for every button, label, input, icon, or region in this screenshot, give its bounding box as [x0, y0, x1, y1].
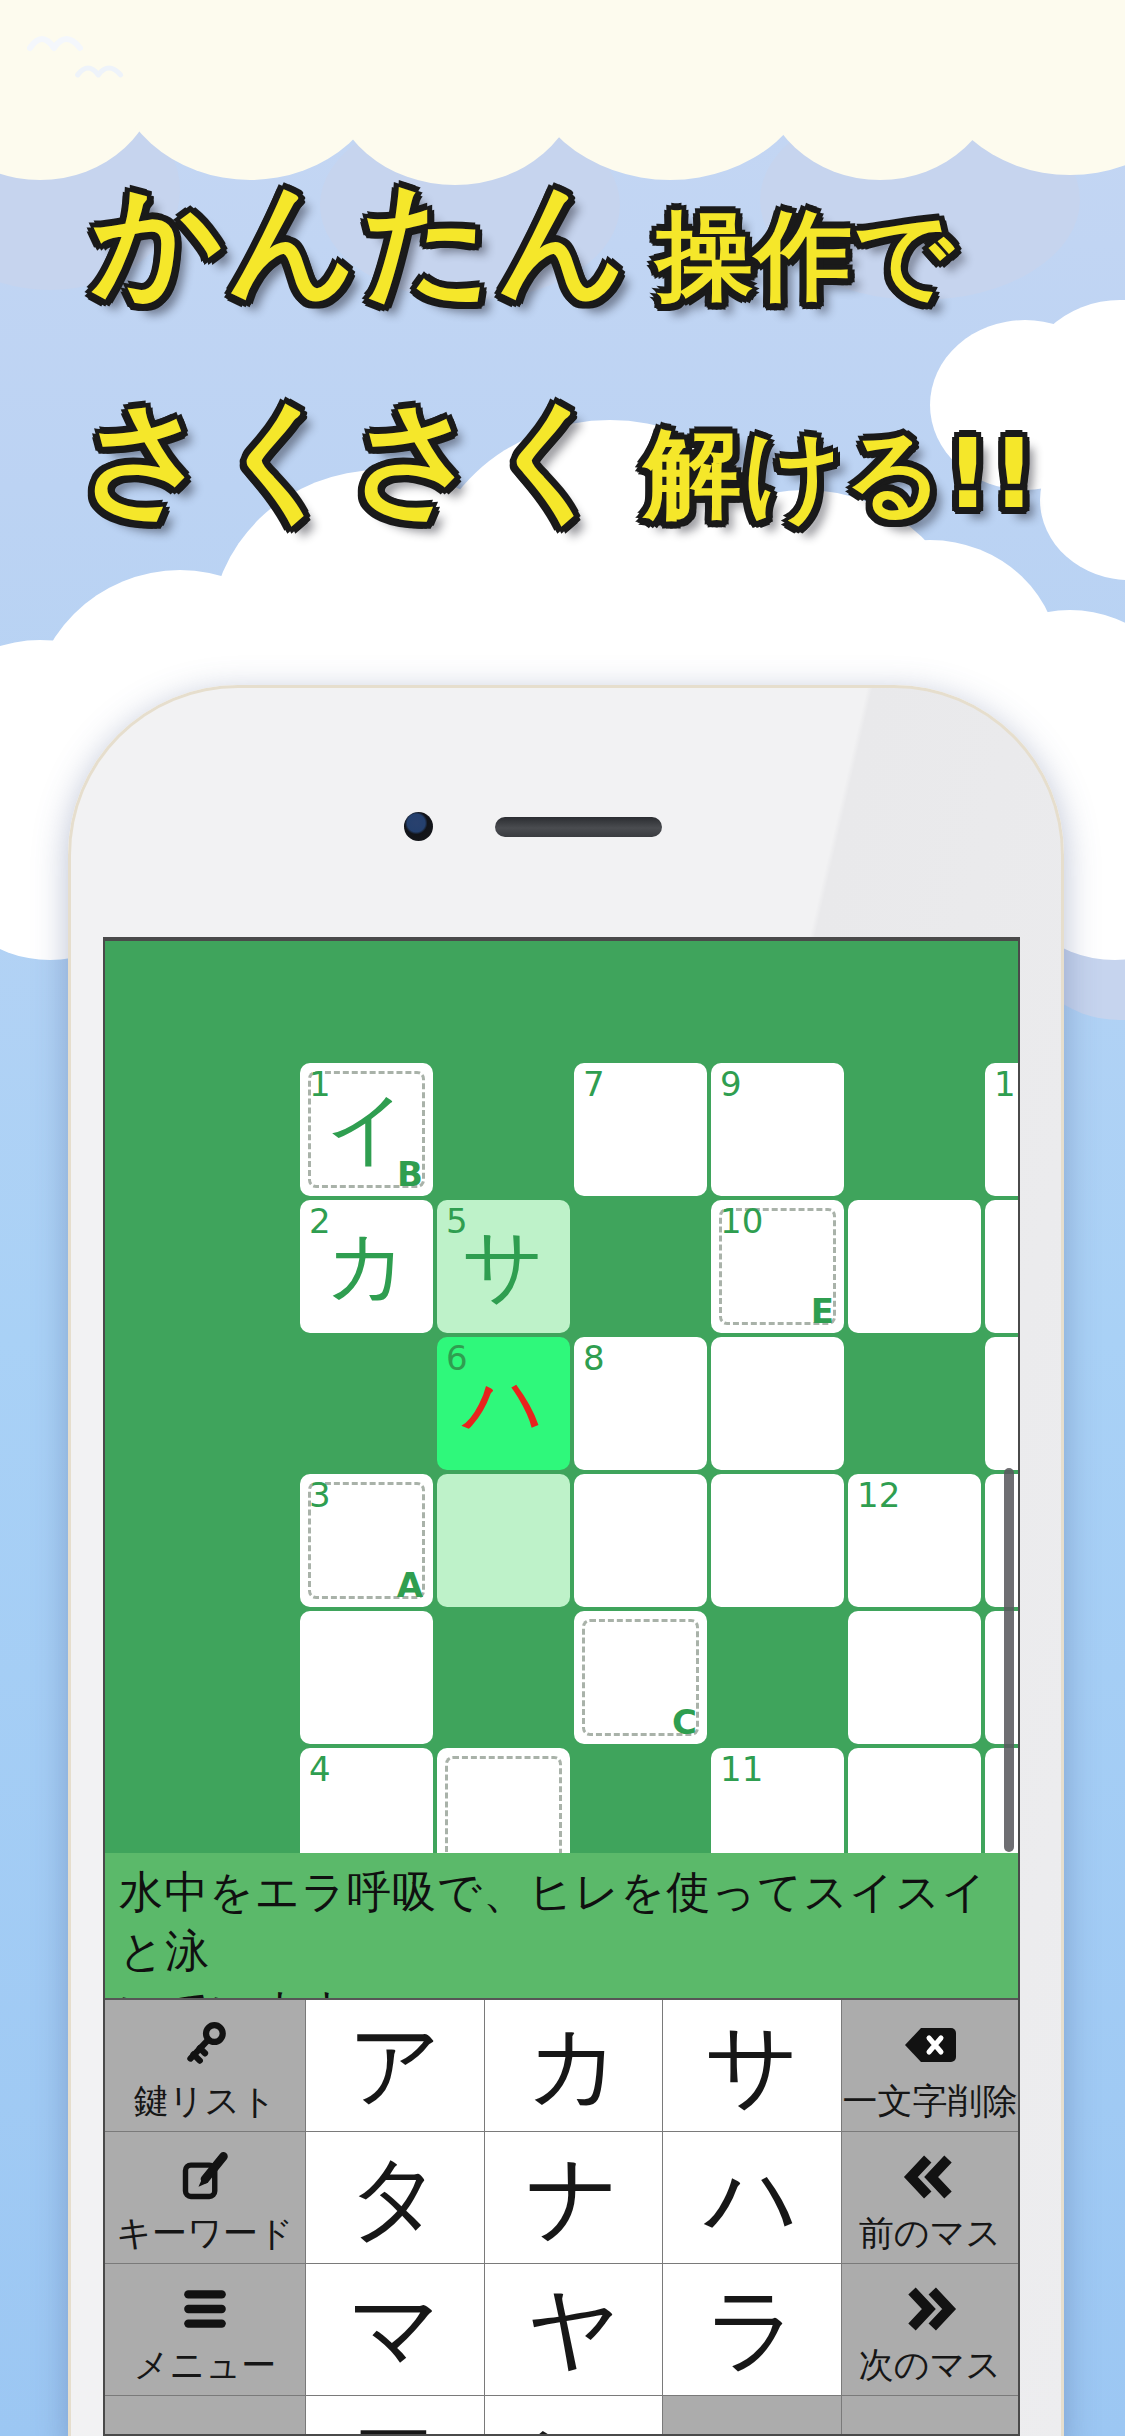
grid-cell[interactable] [711, 1474, 844, 1607]
grid-cell[interactable]: 9 [711, 1063, 844, 1196]
grid-cell[interactable] [848, 1748, 981, 1853]
key-list-button[interactable]: 鍵リスト [105, 2000, 305, 2131]
letter-key[interactable]: ラ [663, 2264, 841, 2395]
headline-line2: さくさく解ける!! [80, 394, 1038, 522]
cell-letter: サ [437, 1200, 570, 1333]
clue-number: 13 [994, 1064, 1018, 1104]
letter-key[interactable]: ワ [306, 2396, 484, 2436]
prev-icon [903, 2148, 957, 2206]
backspace-icon [901, 2016, 959, 2074]
key-letter: ア [348, 2004, 442, 2128]
key-label: キーワード [116, 2210, 293, 2257]
clue-number: 11 [720, 1749, 763, 1789]
headline-line1-big: かんたん [92, 176, 632, 304]
grid-cell[interactable]: 7 [574, 1063, 707, 1196]
delete-char-button[interactable]: 一文字削除 [842, 2000, 1018, 2131]
clue-number: 10 [720, 1201, 763, 1241]
grid-cell[interactable]: 13 [985, 1063, 1018, 1196]
clue-text-line1: 水中をエラ呼吸で、ヒレを使ってスイスイと泳 [119, 1863, 1004, 1981]
letter-key[interactable]: サ [663, 2000, 841, 2131]
key-label: メニュー [134, 2342, 276, 2389]
letter-key[interactable]: ハ [663, 2132, 841, 2263]
key-letter: ワ [348, 2400, 442, 2436]
bird-icon [26, 26, 86, 54]
headline-line2-small: 解ける!! [644, 425, 1038, 522]
grid-cell[interactable]: 11 [711, 1748, 844, 1853]
clue-number: 12 [857, 1475, 900, 1515]
crossword-board: 1イB79132カ5サ10E6ハ83A12C411 [105, 941, 1018, 1853]
key-letter: サ [705, 2004, 799, 2128]
grid-cell[interactable] [985, 1200, 1018, 1333]
letter-key[interactable]: マ [306, 2264, 484, 2395]
grid-cell[interactable]: 2カ [300, 1200, 433, 1333]
letter-key[interactable]: ン [485, 2396, 662, 2436]
keyword-letter: A [397, 1565, 423, 1605]
grid-cell[interactable] [848, 1611, 981, 1744]
grid-cell[interactable]: 4 [300, 1748, 433, 1853]
next-icon [903, 2280, 957, 2338]
prev-cell-button[interactable]: 前のマス [842, 2132, 1018, 2263]
grid-cell[interactable] [711, 1337, 844, 1470]
key-icon [180, 2016, 230, 2074]
keyword-letter: E [811, 1291, 834, 1331]
key-letter: ハ [705, 2136, 799, 2260]
next-cell-button[interactable]: 次のマス [842, 2264, 1018, 2395]
grid-cell[interactable] [574, 1474, 707, 1607]
earpiece-speaker [495, 817, 662, 837]
menu-icon [180, 2280, 230, 2338]
front-camera [404, 812, 433, 841]
letter-key[interactable]: カ [485, 2000, 662, 2131]
grid-cell[interactable] [985, 1337, 1018, 1470]
key-letter: ナ [526, 2136, 620, 2260]
pencil-icon [179, 2148, 231, 2206]
headline-line2-big: さくさく [80, 394, 620, 522]
letter-key[interactable]: タ [306, 2132, 484, 2263]
grid-cell[interactable] [848, 1200, 981, 1333]
key-letter: カ [526, 2004, 620, 2128]
grid-cell[interactable] [437, 1474, 570, 1607]
key-label: 次のマス [859, 2342, 1001, 2389]
key-letter: ン [526, 2400, 620, 2436]
headline-line1-small: 操作で [656, 207, 955, 304]
app-screen: 1イB79132カ5サ10E6ハ83A12C411 水中をエラ呼吸で、ヒレを使っ… [103, 937, 1020, 2436]
key-label: 鍵リスト [134, 2078, 276, 2125]
extra-button[interactable] [105, 2396, 305, 2436]
grid-cell[interactable]: 3A [300, 1474, 433, 1607]
key-letter: マ [348, 2268, 442, 2392]
key-letter: ヤ [526, 2268, 620, 2392]
clue-bar: 水中をエラ呼吸で、ヒレを使ってスイスイと泳 いでいます [105, 1853, 1018, 1998]
cell-letter: ハ [437, 1337, 570, 1470]
screenshot-root: かんたん操作で さくさく解ける!! 1イB79132カ5サ10E6ハ83A12C… [0, 0, 1125, 2436]
blank-key[interactable] [842, 2396, 1018, 2436]
keyword-button[interactable]: キーワード [105, 2132, 305, 2263]
key-label: 前のマス [859, 2210, 1001, 2257]
blank-key[interactable] [663, 2396, 841, 2436]
grid-cell[interactable]: 5サ [437, 1200, 570, 1333]
grid-cell[interactable]: 12 [848, 1474, 981, 1607]
keyword-letter: C [672, 1702, 697, 1742]
clue-number: 3 [309, 1475, 331, 1515]
clue-number: 4 [309, 1749, 331, 1789]
input-keyboard: 鍵リストアカサ一文字削除キーワードタナハ前のマスメニューマヤラ次のマスワン [105, 1998, 1018, 2436]
clue-number: 8 [583, 1338, 605, 1378]
grid-cell[interactable]: C [574, 1611, 707, 1744]
keyword-letter: B [397, 1154, 423, 1194]
clue-number: 9 [720, 1064, 742, 1104]
grid-cell[interactable] [437, 1748, 570, 1853]
menu-button[interactable]: メニュー [105, 2264, 305, 2395]
headline-line1: かんたん操作で [92, 176, 955, 304]
grid-cell[interactable]: 6ハ [437, 1337, 570, 1470]
scrollbar[interactable] [1004, 1468, 1014, 1852]
cell-letter: カ [300, 1200, 433, 1333]
letter-key[interactable]: ヤ [485, 2264, 662, 2395]
key-letter: タ [348, 2136, 442, 2260]
grid-cell[interactable]: 8 [574, 1337, 707, 1470]
key-cell-dashed-border [445, 1756, 562, 1853]
grid-cell[interactable] [300, 1611, 433, 1744]
key-label: 一文字削除 [843, 2078, 1018, 2125]
clue-number: 7 [583, 1064, 605, 1104]
letter-key[interactable]: ア [306, 2000, 484, 2131]
letter-key[interactable]: ナ [485, 2132, 662, 2263]
grid-cell[interactable]: 1イB [300, 1063, 433, 1196]
grid-cell[interactable]: 10E [711, 1200, 844, 1333]
bird-icon [74, 56, 126, 80]
key-letter: ラ [705, 2268, 799, 2392]
